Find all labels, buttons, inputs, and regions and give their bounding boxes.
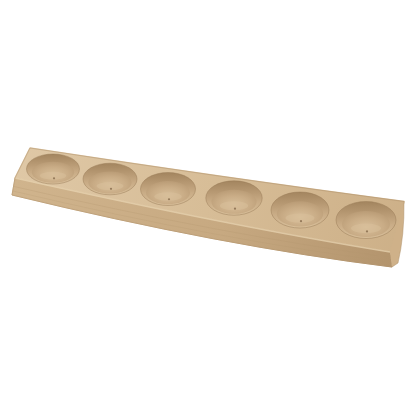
drill-mark bbox=[110, 188, 112, 190]
drill-mark bbox=[300, 220, 302, 222]
pit[interactable] bbox=[83, 163, 137, 195]
pit[interactable] bbox=[271, 192, 329, 228]
pit[interactable] bbox=[336, 202, 396, 239]
pit[interactable] bbox=[206, 181, 262, 215]
pit[interactable] bbox=[27, 154, 80, 184]
drill-mark bbox=[53, 177, 55, 179]
drill-mark bbox=[234, 208, 236, 210]
pit[interactable] bbox=[141, 173, 196, 206]
mancala-board bbox=[0, 0, 416, 416]
drill-mark bbox=[366, 230, 368, 232]
product-photo-stage bbox=[0, 0, 416, 416]
drill-mark bbox=[168, 198, 170, 200]
